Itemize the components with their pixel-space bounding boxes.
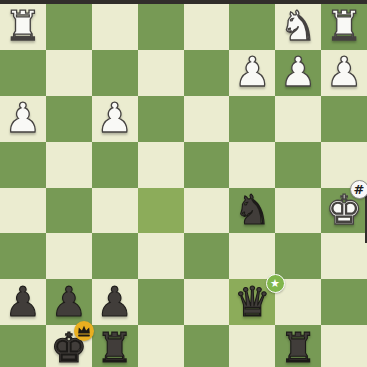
square-g7[interactable]: ♟: [275, 50, 321, 96]
square-c3[interactable]: [92, 233, 138, 279]
square-c8[interactable]: [92, 4, 138, 50]
square-e5[interactable]: [184, 142, 230, 188]
square-f1[interactable]: [229, 325, 275, 367]
square-h8[interactable]: ♜: [321, 4, 367, 50]
square-a1[interactable]: [0, 325, 46, 367]
piece-white-pawn-h7[interactable]: ♟: [326, 52, 363, 93]
best-move-badge: ★: [266, 274, 285, 293]
square-b5[interactable]: [46, 142, 92, 188]
square-d6[interactable]: [138, 96, 184, 142]
piece-white-pawn-f7[interactable]: ♟: [234, 52, 271, 93]
piece-black-rook-c1[interactable]: ♜: [96, 328, 133, 367]
square-f6[interactable]: [229, 96, 275, 142]
piece-white-pawn-a6[interactable]: ♟: [5, 98, 42, 139]
square-a7[interactable]: [0, 50, 46, 96]
square-a2[interactable]: ♟: [0, 279, 46, 325]
square-h3[interactable]: [321, 233, 367, 279]
square-c1[interactable]: ♜: [92, 325, 138, 367]
square-a8[interactable]: ♜: [0, 4, 46, 50]
square-b3[interactable]: [46, 233, 92, 279]
square-b6[interactable]: [46, 96, 92, 142]
star-icon: ★: [270, 278, 280, 289]
checkmate-hash-icon: #: [354, 183, 365, 196]
square-e2[interactable]: [184, 279, 230, 325]
square-a6[interactable]: ♟: [0, 96, 46, 142]
square-a5[interactable]: [0, 142, 46, 188]
square-g8[interactable]: ♞: [275, 4, 321, 50]
square-d7[interactable]: [138, 50, 184, 96]
square-f8[interactable]: [229, 4, 275, 50]
square-g5[interactable]: [275, 142, 321, 188]
square-a3[interactable]: [0, 233, 46, 279]
piece-white-pawn-c6[interactable]: ♟: [96, 98, 133, 139]
square-e6[interactable]: [184, 96, 230, 142]
square-b2[interactable]: ♟: [46, 279, 92, 325]
square-b7[interactable]: [46, 50, 92, 96]
square-e4[interactable]: [184, 188, 230, 234]
square-f4[interactable]: ♞: [229, 188, 275, 234]
square-d8[interactable]: [138, 4, 184, 50]
piece-black-rook-g1[interactable]: ♜: [280, 328, 317, 367]
square-g6[interactable]: [275, 96, 321, 142]
square-c2[interactable]: ♟: [92, 279, 138, 325]
square-f7[interactable]: ♟: [229, 50, 275, 96]
piece-white-pawn-g7[interactable]: ♟: [280, 52, 317, 93]
winner-badge: [74, 321, 94, 341]
winner-crown-icon: [74, 321, 94, 341]
square-b4[interactable]: [46, 188, 92, 234]
square-d2[interactable]: [138, 279, 184, 325]
square-g1[interactable]: ♜: [275, 325, 321, 367]
window-top-edge: [0, 0, 367, 4]
square-c7[interactable]: [92, 50, 138, 96]
square-f3[interactable]: [229, 233, 275, 279]
piece-white-rook-h8[interactable]: ♜: [326, 6, 363, 47]
square-a4[interactable]: [0, 188, 46, 234]
square-d3[interactable]: [138, 233, 184, 279]
square-h2[interactable]: [321, 279, 367, 325]
square-c5[interactable]: [92, 142, 138, 188]
square-d1[interactable]: [138, 325, 184, 367]
square-e7[interactable]: [184, 50, 230, 96]
checkmate-badge: #: [350, 180, 367, 199]
piece-black-queen-f2[interactable]: ♛: [234, 282, 271, 323]
chess-board[interactable]: ♜♞♜♟♟♟♟♟♞♚♟♟♟♛♚♜♜: [0, 4, 367, 367]
square-h6[interactable]: [321, 96, 367, 142]
square-f5[interactable]: [229, 142, 275, 188]
piece-black-pawn-b2[interactable]: ♟: [50, 282, 87, 323]
square-g3[interactable]: [275, 233, 321, 279]
square-e1[interactable]: [184, 325, 230, 367]
square-c4[interactable]: [92, 188, 138, 234]
square-h1[interactable]: [321, 325, 367, 367]
square-d4[interactable]: [138, 188, 184, 234]
piece-white-knight-g8[interactable]: ♞: [280, 6, 317, 47]
piece-black-pawn-c2[interactable]: ♟: [96, 282, 133, 323]
square-e8[interactable]: [184, 4, 230, 50]
square-b8[interactable]: [46, 4, 92, 50]
square-c6[interactable]: ♟: [92, 96, 138, 142]
square-h7[interactable]: ♟: [321, 50, 367, 96]
square-e3[interactable]: [184, 233, 230, 279]
square-g4[interactable]: [275, 188, 321, 234]
piece-black-knight-f4[interactable]: ♞: [234, 190, 271, 231]
piece-white-rook-a8[interactable]: ♜: [5, 6, 42, 47]
piece-black-pawn-a2[interactable]: ♟: [5, 282, 42, 323]
square-d5[interactable]: [138, 142, 184, 188]
